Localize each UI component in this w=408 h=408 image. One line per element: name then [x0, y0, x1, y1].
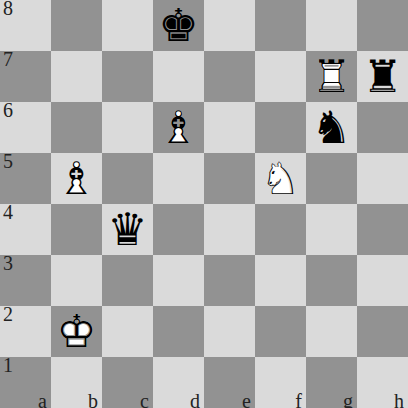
- square-b1[interactable]: [51, 357, 102, 408]
- square-a3[interactable]: [0, 255, 51, 306]
- square-a1[interactable]: [0, 357, 51, 408]
- square-b3[interactable]: [51, 255, 102, 306]
- square-b6[interactable]: [51, 102, 102, 153]
- square-d2[interactable]: [153, 306, 204, 357]
- piece-black-queen: ♛: [102, 204, 153, 255]
- square-a8[interactable]: [0, 0, 51, 51]
- square-b5[interactable]: ♝♗: [51, 153, 102, 204]
- square-a6[interactable]: [0, 102, 51, 153]
- square-c2[interactable]: [102, 306, 153, 357]
- square-c3[interactable]: [102, 255, 153, 306]
- square-a2[interactable]: [0, 306, 51, 357]
- square-d8[interactable]: ♚: [153, 0, 204, 51]
- square-b2[interactable]: ♚♔: [51, 306, 102, 357]
- piece-white-bishop: ♗: [153, 102, 204, 153]
- square-h7[interactable]: ♜: [357, 51, 408, 102]
- square-b7[interactable]: [51, 51, 102, 102]
- square-g2[interactable]: [306, 306, 357, 357]
- square-c7[interactable]: [102, 51, 153, 102]
- square-g3[interactable]: [306, 255, 357, 306]
- square-a7[interactable]: [0, 51, 51, 102]
- square-e5[interactable]: [204, 153, 255, 204]
- square-f3[interactable]: [255, 255, 306, 306]
- square-f2[interactable]: [255, 306, 306, 357]
- square-c6[interactable]: [102, 102, 153, 153]
- square-g6[interactable]: ♞: [306, 102, 357, 153]
- square-c5[interactable]: [102, 153, 153, 204]
- chess-board: ♚♜♖♜♝♗♞♝♗♞♘♛♚♔ 87654321abcdefgh: [0, 0, 408, 408]
- square-f5[interactable]: ♞♘: [255, 153, 306, 204]
- square-f7[interactable]: [255, 51, 306, 102]
- square-h5[interactable]: [357, 153, 408, 204]
- square-f8[interactable]: [255, 0, 306, 51]
- piece-white-king: ♔: [51, 306, 102, 357]
- square-c8[interactable]: [102, 0, 153, 51]
- square-h2[interactable]: [357, 306, 408, 357]
- piece-white-king-fill: ♚: [51, 306, 102, 357]
- square-d4[interactable]: [153, 204, 204, 255]
- piece-white-bishop-fill: ♝: [153, 102, 204, 153]
- square-c4[interactable]: ♛: [102, 204, 153, 255]
- square-e4[interactable]: [204, 204, 255, 255]
- square-h4[interactable]: [357, 204, 408, 255]
- square-g8[interactable]: [306, 0, 357, 51]
- square-d7[interactable]: [153, 51, 204, 102]
- piece-black-rook: ♜: [357, 51, 408, 102]
- piece-white-knight: ♘: [255, 153, 306, 204]
- piece-black-knight: ♞: [306, 102, 357, 153]
- piece-black-king: ♚: [153, 0, 204, 51]
- piece-white-rook: ♖: [306, 51, 357, 102]
- square-e7[interactable]: [204, 51, 255, 102]
- square-b8[interactable]: [51, 0, 102, 51]
- square-e6[interactable]: [204, 102, 255, 153]
- square-f4[interactable]: [255, 204, 306, 255]
- square-c1[interactable]: [102, 357, 153, 408]
- square-g5[interactable]: [306, 153, 357, 204]
- piece-white-bishop-fill: ♝: [51, 153, 102, 204]
- square-g7[interactable]: ♜♖: [306, 51, 357, 102]
- square-h1[interactable]: [357, 357, 408, 408]
- square-e1[interactable]: [204, 357, 255, 408]
- square-h6[interactable]: [357, 102, 408, 153]
- square-g1[interactable]: [306, 357, 357, 408]
- square-h8[interactable]: [357, 0, 408, 51]
- square-e8[interactable]: [204, 0, 255, 51]
- square-g4[interactable]: [306, 204, 357, 255]
- square-f1[interactable]: [255, 357, 306, 408]
- square-h3[interactable]: [357, 255, 408, 306]
- square-d3[interactable]: [153, 255, 204, 306]
- square-d1[interactable]: [153, 357, 204, 408]
- square-e2[interactable]: [204, 306, 255, 357]
- piece-white-bishop: ♗: [51, 153, 102, 204]
- piece-white-rook-fill: ♜: [306, 51, 357, 102]
- square-d6[interactable]: ♝♗: [153, 102, 204, 153]
- square-b4[interactable]: [51, 204, 102, 255]
- square-a4[interactable]: [0, 204, 51, 255]
- board-grid: ♚♜♖♜♝♗♞♝♗♞♘♛♚♔: [0, 0, 408, 408]
- square-e3[interactable]: [204, 255, 255, 306]
- square-f6[interactable]: [255, 102, 306, 153]
- square-a5[interactable]: [0, 153, 51, 204]
- square-d5[interactable]: [153, 153, 204, 204]
- piece-white-knight-fill: ♞: [255, 153, 306, 204]
